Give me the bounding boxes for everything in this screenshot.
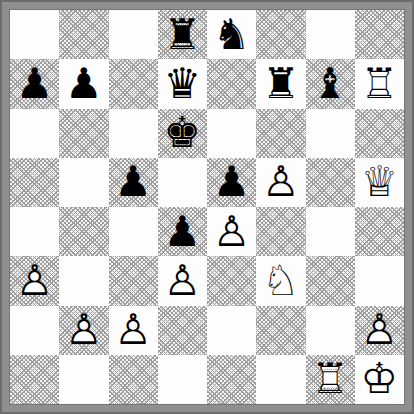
square-a7[interactable]: ♟ (10, 59, 59, 108)
square-b7[interactable]: ♟ (59, 59, 108, 108)
square-e2[interactable] (207, 306, 256, 355)
square-d2[interactable] (158, 306, 207, 355)
square-f4[interactable] (256, 207, 305, 256)
square-h7[interactable]: ♜♖ (355, 59, 404, 108)
square-c7[interactable] (109, 59, 158, 108)
black-pawn-piece[interactable]: ♟ (10, 59, 59, 108)
black-pawn-piece[interactable]: ♟ (109, 158, 158, 207)
square-c2[interactable]: ♟♙ (109, 306, 158, 355)
square-d4[interactable]: ♟ (158, 207, 207, 256)
square-a2[interactable] (10, 306, 59, 355)
square-f3[interactable]: ♞♘ (256, 256, 305, 305)
white-pawn-piece[interactable]: ♟♙ (10, 256, 59, 305)
square-b6[interactable] (59, 109, 108, 158)
square-a3[interactable]: ♟♙ (10, 256, 59, 305)
square-g2[interactable] (306, 306, 355, 355)
square-b2[interactable]: ♟♙ (59, 306, 108, 355)
black-pawn-piece[interactable]: ♟ (158, 207, 207, 256)
square-d1[interactable] (158, 355, 207, 404)
square-f2[interactable] (256, 306, 305, 355)
white-knight-piece[interactable]: ♞♘ (256, 256, 305, 305)
square-a4[interactable] (10, 207, 59, 256)
square-f8[interactable] (256, 10, 305, 59)
square-e4[interactable]: ♟♙ (207, 207, 256, 256)
square-c6[interactable] (109, 109, 158, 158)
square-h8[interactable] (355, 10, 404, 59)
square-h3[interactable] (355, 256, 404, 305)
square-f6[interactable] (256, 109, 305, 158)
white-pawn-piece[interactable]: ♟♙ (256, 158, 305, 207)
black-bishop-piece[interactable]: ♝ (306, 59, 355, 108)
square-g8[interactable] (306, 10, 355, 59)
square-e1[interactable] (207, 355, 256, 404)
square-b3[interactable] (59, 256, 108, 305)
square-e7[interactable] (207, 59, 256, 108)
square-b8[interactable] (59, 10, 108, 59)
black-king-piece[interactable]: ♚ (158, 109, 207, 158)
black-rook-piece[interactable]: ♜ (256, 59, 305, 108)
square-f5[interactable]: ♟♙ (256, 158, 305, 207)
black-knight-piece[interactable]: ♞ (207, 10, 256, 59)
square-b1[interactable] (59, 355, 108, 404)
square-h5[interactable]: ♛♕ (355, 158, 404, 207)
square-e6[interactable] (207, 109, 256, 158)
white-rook-piece[interactable]: ♜♖ (355, 59, 404, 108)
square-f1[interactable] (256, 355, 305, 404)
square-g3[interactable] (306, 256, 355, 305)
square-g1[interactable]: ♜♖ (306, 355, 355, 404)
square-f7[interactable]: ♜ (256, 59, 305, 108)
square-e5[interactable]: ♟ (207, 158, 256, 207)
square-h2[interactable]: ♟♙ (355, 306, 404, 355)
white-pawn-piece[interactable]: ♟♙ (109, 306, 158, 355)
square-g6[interactable] (306, 109, 355, 158)
square-c1[interactable] (109, 355, 158, 404)
square-a6[interactable] (10, 109, 59, 158)
white-pawn-piece[interactable]: ♟♙ (207, 207, 256, 256)
square-d7[interactable]: ♛ (158, 59, 207, 108)
square-h6[interactable] (355, 109, 404, 158)
square-d5[interactable] (158, 158, 207, 207)
square-a5[interactable] (10, 158, 59, 207)
square-d3[interactable]: ♟♙ (158, 256, 207, 305)
square-g5[interactable] (306, 158, 355, 207)
white-pawn-piece[interactable]: ♟♙ (59, 306, 108, 355)
square-e3[interactable] (207, 256, 256, 305)
board-frame: ♜♞♟♟♛♜♝♜♖♚♟♟♟♙♛♕♟♟♙♟♙♟♙♞♘♟♙♟♙♟♙♜♖♚♔ (0, 0, 414, 414)
black-pawn-piece[interactable]: ♟ (207, 158, 256, 207)
white-pawn-piece[interactable]: ♟♙ (158, 256, 207, 305)
square-c8[interactable] (109, 10, 158, 59)
square-a8[interactable] (10, 10, 59, 59)
square-d8[interactable]: ♜ (158, 10, 207, 59)
white-king-piece[interactable]: ♚♔ (355, 355, 404, 404)
square-g7[interactable]: ♝ (306, 59, 355, 108)
black-rook-piece[interactable]: ♜ (158, 10, 207, 59)
square-c5[interactable]: ♟ (109, 158, 158, 207)
square-g4[interactable] (306, 207, 355, 256)
square-e8[interactable]: ♞ (207, 10, 256, 59)
square-d6[interactable]: ♚ (158, 109, 207, 158)
square-c3[interactable] (109, 256, 158, 305)
chess-board: ♜♞♟♟♛♜♝♜♖♚♟♟♟♙♛♕♟♟♙♟♙♟♙♞♘♟♙♟♙♟♙♜♖♚♔ (10, 10, 404, 404)
white-queen-piece[interactable]: ♛♕ (355, 158, 404, 207)
black-queen-piece[interactable]: ♛ (158, 59, 207, 108)
square-a1[interactable] (10, 355, 59, 404)
black-pawn-piece[interactable]: ♟ (59, 59, 108, 108)
white-pawn-piece[interactable]: ♟♙ (355, 306, 404, 355)
square-c4[interactable] (109, 207, 158, 256)
square-b4[interactable] (59, 207, 108, 256)
square-h1[interactable]: ♚♔ (355, 355, 404, 404)
square-h4[interactable] (355, 207, 404, 256)
square-b5[interactable] (59, 158, 108, 207)
white-rook-piece[interactable]: ♜♖ (306, 355, 355, 404)
